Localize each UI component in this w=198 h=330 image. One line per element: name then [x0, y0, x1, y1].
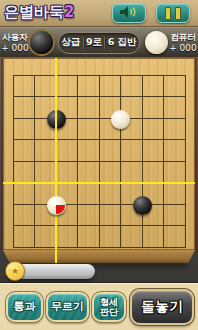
speaker-icon: [119, 5, 139, 22]
coin-star: ★: [11, 267, 19, 276]
app-root: 은별바둑2 사용자 + 000 상급 9로 6 집반: [0, 0, 198, 330]
white-stone-C3: [47, 196, 66, 215]
undo-button[interactable]: 무르기: [46, 292, 89, 322]
level-value: 상급: [61, 36, 80, 49]
app-title: 은별바둑2: [4, 3, 74, 22]
board-area: ★: [0, 57, 198, 283]
estimate-button[interactable]: 형세 판단: [92, 292, 126, 322]
black-stone-C7: [47, 110, 66, 129]
bottom-bar: 통과 무르기 형세 판단 돌놓기: [0, 283, 198, 330]
player-info: 사용자 + 000: [0, 32, 30, 54]
pause-icon: [165, 7, 181, 20]
player-score: + 000: [0, 43, 30, 54]
komi-value: 6 집반: [108, 36, 137, 49]
computer-score: + 000: [168, 43, 198, 54]
white-stone-F7: [111, 110, 130, 129]
player-label: 사용자: [0, 32, 30, 43]
board-size-value: 9로: [86, 36, 102, 49]
title-bar: 은별바둑2: [0, 0, 198, 27]
game-info-pill: 상급 9로 6 집반: [58, 32, 140, 54]
black-stone-G3: [133, 196, 152, 215]
pill-divider: [104, 37, 105, 49]
app-title-main: 은별바둑: [4, 3, 64, 21]
coin-icon: ★: [5, 261, 25, 281]
app-title-number: 2: [64, 3, 74, 21]
pass-button[interactable]: 통과: [6, 292, 43, 322]
sound-button[interactable]: [112, 3, 146, 23]
computer-info: 컴퓨터 + 000: [168, 32, 198, 54]
pill-divider: [83, 37, 84, 49]
place-stone-button[interactable]: 돌놓기: [130, 289, 194, 325]
go-board[interactable]: [3, 58, 195, 250]
status-bar: 사용자 + 000 상급 9로 6 집반 컴퓨터 + 000: [0, 27, 198, 57]
player-black-stone-icon: [30, 31, 53, 54]
board-front-edge: [3, 250, 195, 263]
computer-label: 컴퓨터: [168, 32, 198, 43]
pause-button[interactable]: [156, 3, 190, 23]
computer-white-stone-icon: [145, 31, 168, 54]
